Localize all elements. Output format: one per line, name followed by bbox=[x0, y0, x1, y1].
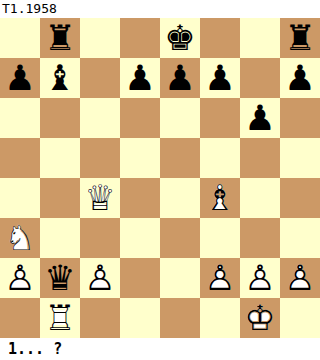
square-a2[interactable]: ♟♙ bbox=[0, 258, 40, 298]
piece-black-pawn-h7[interactable]: ♟ bbox=[280, 58, 320, 98]
square-f7[interactable]: ♟ bbox=[200, 58, 240, 98]
black-pawn-icon: ♟ bbox=[240, 98, 280, 138]
square-a7[interactable]: ♟ bbox=[0, 58, 40, 98]
black-pawn-icon: ♟ bbox=[280, 58, 320, 98]
square-a3[interactable]: ♞♘ bbox=[0, 218, 40, 258]
square-b2[interactable]: ♛ bbox=[40, 258, 80, 298]
square-h6[interactable] bbox=[280, 98, 320, 138]
white-knight-icon: ♘ bbox=[0, 218, 40, 258]
piece-black-rook-h8[interactable]: ♜ bbox=[280, 18, 320, 58]
piece-white-bishop-f4[interactable]: ♝♗ bbox=[200, 178, 240, 218]
black-pawn-icon: ♟ bbox=[120, 58, 160, 98]
move-prompt: 1... ? bbox=[0, 338, 320, 360]
square-b8[interactable]: ♜ bbox=[40, 18, 80, 58]
square-f2[interactable]: ♟♙ bbox=[200, 258, 240, 298]
square-d4[interactable] bbox=[120, 178, 160, 218]
square-b3[interactable] bbox=[40, 218, 80, 258]
piece-white-pawn-h2[interactable]: ♟♙ bbox=[280, 258, 320, 298]
white-pawn-icon: ♙ bbox=[0, 258, 40, 298]
white-pawn-icon: ♙ bbox=[80, 258, 120, 298]
square-h3[interactable] bbox=[280, 218, 320, 258]
square-e7[interactable]: ♟ bbox=[160, 58, 200, 98]
piece-black-king-e8[interactable]: ♚ bbox=[160, 18, 200, 58]
square-h7[interactable]: ♟ bbox=[280, 58, 320, 98]
piece-black-pawn-g6[interactable]: ♟ bbox=[240, 98, 280, 138]
piece-white-pawn-g2[interactable]: ♟♙ bbox=[240, 258, 280, 298]
square-c3[interactable] bbox=[80, 218, 120, 258]
square-a6[interactable] bbox=[0, 98, 40, 138]
square-c5[interactable] bbox=[80, 138, 120, 178]
square-h5[interactable] bbox=[280, 138, 320, 178]
square-e6[interactable] bbox=[160, 98, 200, 138]
square-d1[interactable] bbox=[120, 298, 160, 338]
square-d2[interactable] bbox=[120, 258, 160, 298]
square-b6[interactable] bbox=[40, 98, 80, 138]
square-b4[interactable] bbox=[40, 178, 80, 218]
square-e5[interactable] bbox=[160, 138, 200, 178]
white-king-icon: ♔ bbox=[240, 298, 280, 338]
square-d6[interactable] bbox=[120, 98, 160, 138]
piece-white-pawn-c2[interactable]: ♟♙ bbox=[80, 258, 120, 298]
square-g3[interactable] bbox=[240, 218, 280, 258]
black-queen-icon: ♛ bbox=[40, 258, 80, 298]
piece-black-rook-b8[interactable]: ♜ bbox=[40, 18, 80, 58]
square-f3[interactable] bbox=[200, 218, 240, 258]
square-f1[interactable] bbox=[200, 298, 240, 338]
black-bishop-icon: ♝ bbox=[40, 58, 80, 98]
piece-black-pawn-f7[interactable]: ♟ bbox=[200, 58, 240, 98]
square-f8[interactable] bbox=[200, 18, 240, 58]
square-e4[interactable] bbox=[160, 178, 200, 218]
piece-black-bishop-b7[interactable]: ♝ bbox=[40, 58, 80, 98]
square-h2[interactable]: ♟♙ bbox=[280, 258, 320, 298]
square-d8[interactable] bbox=[120, 18, 160, 58]
white-bishop-icon: ♗ bbox=[200, 178, 240, 218]
square-h4[interactable] bbox=[280, 178, 320, 218]
piece-black-pawn-d7[interactable]: ♟ bbox=[120, 58, 160, 98]
white-pawn-icon: ♙ bbox=[240, 258, 280, 298]
white-queen-icon: ♕ bbox=[80, 178, 120, 218]
square-e1[interactable] bbox=[160, 298, 200, 338]
square-g8[interactable] bbox=[240, 18, 280, 58]
piece-white-pawn-f2[interactable]: ♟♙ bbox=[200, 258, 240, 298]
square-h1[interactable] bbox=[280, 298, 320, 338]
piece-white-rook-b1[interactable]: ♜♖ bbox=[40, 298, 80, 338]
black-rook-icon: ♜ bbox=[280, 18, 320, 58]
square-f5[interactable] bbox=[200, 138, 240, 178]
chess-board[interactable]: ♜♚♜♟♝♟♟♟♟♟♛♕♝♗♞♘♟♙♛♟♙♟♙♟♙♟♙♜♖♚♔ bbox=[0, 18, 320, 338]
square-b1[interactable]: ♜♖ bbox=[40, 298, 80, 338]
square-c4[interactable]: ♛♕ bbox=[80, 178, 120, 218]
black-king-icon: ♚ bbox=[160, 18, 200, 58]
black-pawn-icon: ♟ bbox=[200, 58, 240, 98]
square-g6[interactable]: ♟ bbox=[240, 98, 280, 138]
square-a4[interactable] bbox=[0, 178, 40, 218]
square-b7[interactable]: ♝ bbox=[40, 58, 80, 98]
piece-white-queen-c4[interactable]: ♛♕ bbox=[80, 178, 120, 218]
square-d5[interactable] bbox=[120, 138, 160, 178]
square-e2[interactable] bbox=[160, 258, 200, 298]
square-a8[interactable] bbox=[0, 18, 40, 58]
square-d3[interactable] bbox=[120, 218, 160, 258]
square-g4[interactable] bbox=[240, 178, 280, 218]
piece-black-pawn-e7[interactable]: ♟ bbox=[160, 58, 200, 98]
square-c2[interactable]: ♟♙ bbox=[80, 258, 120, 298]
white-rook-icon: ♖ bbox=[40, 298, 80, 338]
square-a5[interactable] bbox=[0, 138, 40, 178]
square-g7[interactable] bbox=[240, 58, 280, 98]
square-c6[interactable] bbox=[80, 98, 120, 138]
square-g5[interactable] bbox=[240, 138, 280, 178]
white-pawn-icon: ♙ bbox=[200, 258, 240, 298]
piece-white-knight-a3[interactable]: ♞♘ bbox=[0, 218, 40, 258]
square-f4[interactable]: ♝♗ bbox=[200, 178, 240, 218]
square-g1[interactable]: ♚♔ bbox=[240, 298, 280, 338]
square-e8[interactable]: ♚ bbox=[160, 18, 200, 58]
black-pawn-icon: ♟ bbox=[160, 58, 200, 98]
piece-white-king-g1[interactable]: ♚♔ bbox=[240, 298, 280, 338]
square-b5[interactable] bbox=[40, 138, 80, 178]
piece-black-pawn-a7[interactable]: ♟ bbox=[0, 58, 40, 98]
piece-black-queen-b2[interactable]: ♛ bbox=[40, 258, 80, 298]
square-e3[interactable] bbox=[160, 218, 200, 258]
square-f6[interactable] bbox=[200, 98, 240, 138]
black-rook-icon: ♜ bbox=[40, 18, 80, 58]
square-g2[interactable]: ♟♙ bbox=[240, 258, 280, 298]
square-c7[interactable] bbox=[80, 58, 120, 98]
white-pawn-icon: ♙ bbox=[280, 258, 320, 298]
square-d7[interactable]: ♟ bbox=[120, 58, 160, 98]
black-pawn-icon: ♟ bbox=[0, 58, 40, 98]
square-c8[interactable] bbox=[80, 18, 120, 58]
piece-white-pawn-a2[interactable]: ♟♙ bbox=[0, 258, 40, 298]
square-h8[interactable]: ♜ bbox=[280, 18, 320, 58]
puzzle-title: T1.1958 bbox=[0, 0, 320, 18]
square-c1[interactable] bbox=[80, 298, 120, 338]
square-a1[interactable] bbox=[0, 298, 40, 338]
